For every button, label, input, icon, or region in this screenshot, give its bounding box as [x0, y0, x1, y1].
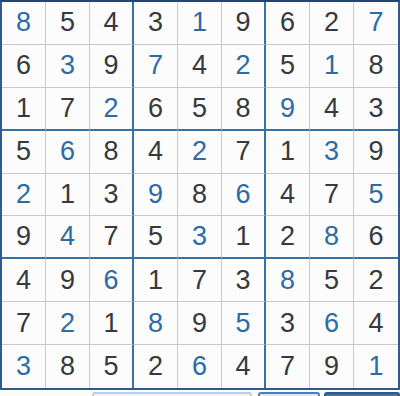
cell-r1c5[interactable]: 1 [178, 2, 222, 45]
cell-r3c6[interactable]: 8 [222, 88, 266, 131]
cell-r1c1[interactable]: 8 [2, 2, 46, 45]
cell-r2c9[interactable]: 8 [354, 45, 398, 88]
cell-r2c6[interactable]: 2 [222, 45, 266, 88]
partial-button-icon [92, 392, 252, 396]
cell-r4c7[interactable]: 1 [266, 131, 310, 174]
cell-r9c4[interactable]: 2 [134, 345, 178, 388]
cell-r5c1[interactable]: 2 [2, 174, 46, 217]
cell-r8c8[interactable]: 6 [310, 302, 354, 345]
cell-r6c9[interactable]: 6 [354, 216, 398, 259]
sudoku-grid: 8543196276397425181726589435684271392139… [0, 0, 400, 390]
cell-r3c5[interactable]: 5 [178, 88, 222, 131]
partial-button-icon [258, 392, 320, 396]
cell-r6c3[interactable]: 7 [90, 216, 134, 259]
cell-r7c5[interactable]: 7 [178, 259, 222, 302]
cell-r7c4[interactable]: 1 [134, 259, 178, 302]
cell-r3c8[interactable]: 4 [310, 88, 354, 131]
cell-r8c1[interactable]: 7 [2, 302, 46, 345]
cell-r8c2[interactable]: 2 [46, 302, 90, 345]
cell-r3c7[interactable]: 9 [266, 88, 310, 131]
cell-r8c7[interactable]: 3 [266, 302, 310, 345]
cell-r3c3[interactable]: 2 [90, 88, 134, 131]
cell-r5c5[interactable]: 8 [178, 174, 222, 217]
cell-r2c4[interactable]: 7 [134, 45, 178, 88]
cell-r1c8[interactable]: 2 [310, 2, 354, 45]
cell-r2c7[interactable]: 5 [266, 45, 310, 88]
cell-r7c1[interactable]: 4 [2, 259, 46, 302]
cell-r3c9[interactable]: 3 [354, 88, 398, 131]
cell-r4c4[interactable]: 4 [134, 131, 178, 174]
cell-r2c3[interactable]: 9 [90, 45, 134, 88]
cell-r8c9[interactable]: 4 [354, 302, 398, 345]
cell-r6c2[interactable]: 4 [46, 216, 90, 259]
cell-r9c1[interactable]: 3 [2, 345, 46, 388]
cell-r2c2[interactable]: 3 [46, 45, 90, 88]
cell-r5c7[interactable]: 4 [266, 174, 310, 217]
cell-r9c8[interactable]: 9 [310, 345, 354, 388]
cell-r6c1[interactable]: 9 [2, 216, 46, 259]
cell-r7c2[interactable]: 9 [46, 259, 90, 302]
cell-r9c5[interactable]: 6 [178, 345, 222, 388]
cell-r5c3[interactable]: 3 [90, 174, 134, 217]
cell-r6c7[interactable]: 2 [266, 216, 310, 259]
cell-r1c9[interactable]: 7 [354, 2, 398, 45]
partial-button-icon [324, 392, 400, 396]
cell-r5c8[interactable]: 7 [310, 174, 354, 217]
cell-r8c3[interactable]: 1 [90, 302, 134, 345]
cell-r1c7[interactable]: 6 [266, 2, 310, 45]
cell-r9c3[interactable]: 5 [90, 345, 134, 388]
cell-r9c9[interactable]: 1 [354, 345, 398, 388]
cell-r5c2[interactable]: 1 [46, 174, 90, 217]
cell-r8c4[interactable]: 8 [134, 302, 178, 345]
cell-r2c5[interactable]: 4 [178, 45, 222, 88]
cell-r4c3[interactable]: 8 [90, 131, 134, 174]
cell-r1c3[interactable]: 4 [90, 2, 134, 45]
sudoku-app: 8543196276397425181726589435684271392139… [0, 0, 400, 396]
cell-r5c6[interactable]: 6 [222, 174, 266, 217]
cell-r5c9[interactable]: 5 [354, 174, 398, 217]
cell-r1c4[interactable]: 3 [134, 2, 178, 45]
cell-r4c2[interactable]: 6 [46, 131, 90, 174]
cell-r7c6[interactable]: 3 [222, 259, 266, 302]
cell-r9c2[interactable]: 8 [46, 345, 90, 388]
cell-r6c8[interactable]: 8 [310, 216, 354, 259]
bottom-strip [0, 390, 400, 396]
cell-r6c5[interactable]: 3 [178, 216, 222, 259]
cell-r4c1[interactable]: 5 [2, 131, 46, 174]
cell-r6c6[interactable]: 1 [222, 216, 266, 259]
cell-r4c5[interactable]: 2 [178, 131, 222, 174]
cell-r2c8[interactable]: 1 [310, 45, 354, 88]
cell-r4c6[interactable]: 7 [222, 131, 266, 174]
cell-r8c6[interactable]: 5 [222, 302, 266, 345]
cell-r1c2[interactable]: 5 [46, 2, 90, 45]
cell-r9c7[interactable]: 7 [266, 345, 310, 388]
cell-r3c1[interactable]: 1 [2, 88, 46, 131]
cell-r7c3[interactable]: 6 [90, 259, 134, 302]
cell-r7c8[interactable]: 5 [310, 259, 354, 302]
cell-r4c9[interactable]: 9 [354, 131, 398, 174]
cell-r2c1[interactable]: 6 [2, 45, 46, 88]
cell-r4c8[interactable]: 3 [310, 131, 354, 174]
cell-r1c6[interactable]: 9 [222, 2, 266, 45]
cell-r5c4[interactable]: 9 [134, 174, 178, 217]
cell-r8c5[interactable]: 9 [178, 302, 222, 345]
cell-r7c7[interactable]: 8 [266, 259, 310, 302]
cell-r3c4[interactable]: 6 [134, 88, 178, 131]
cell-r3c2[interactable]: 7 [46, 88, 90, 131]
cell-r7c9[interactable]: 2 [354, 259, 398, 302]
cell-r6c4[interactable]: 5 [134, 216, 178, 259]
cell-r9c6[interactable]: 4 [222, 345, 266, 388]
